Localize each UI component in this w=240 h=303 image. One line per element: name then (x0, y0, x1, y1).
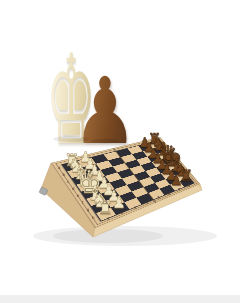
board-shadow-core (53, 229, 163, 243)
hero-pawn-shadow (91, 139, 119, 144)
product-photo-chess-set: ♚ ♟ ♜♞♝♛♚♝♞♜♟♟♟♟♟♟♟♟♟♟♟♟♟♟♟♟♜♞♝♛♚♝♞♜1234… (0, 0, 240, 303)
hero-king-shadow (53, 136, 89, 142)
page-bottom-band (0, 295, 240, 303)
